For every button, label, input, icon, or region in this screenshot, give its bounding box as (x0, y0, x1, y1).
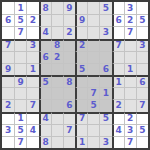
cell-r2c10[interactable]: 6 (112, 14, 124, 26)
cell-r10c1[interactable] (2, 112, 14, 124)
cell-r12c5[interactable] (51, 136, 63, 148)
cell-r3c2[interactable]: 7 (14, 26, 26, 38)
cell-r5c6[interactable] (63, 51, 75, 63)
cell-r8c4[interactable] (39, 87, 51, 99)
cell-r9c8[interactable]: 5 (87, 99, 99, 111)
cell-r8c2[interactable] (14, 87, 26, 99)
cell-r6c7[interactable]: 5 (75, 63, 87, 75)
cell-r1c10[interactable] (112, 2, 124, 14)
cell-r2c9[interactable] (99, 14, 111, 26)
cell-r7c10[interactable]: 1 (112, 75, 124, 87)
cell-r5c11[interactable] (124, 51, 136, 63)
cell-r8c3[interactable] (26, 87, 38, 99)
cell-r6c8[interactable] (87, 63, 99, 75)
cell-r4c6[interactable] (63, 39, 75, 51)
cell-r12c10[interactable] (112, 136, 124, 148)
cell-r5c7[interactable] (75, 51, 87, 63)
cell-r11c12[interactable]: 5 (136, 124, 148, 136)
cell-r8c9[interactable]: 1 (99, 87, 111, 99)
cell-r4c11[interactable] (124, 39, 136, 51)
cell-r3c12[interactable] (136, 26, 148, 38)
cell-r3c9[interactable]: 3 (99, 26, 111, 38)
cell-r10c5[interactable] (51, 112, 63, 124)
cell-r6c12[interactable] (136, 63, 148, 75)
cell-r12c8[interactable] (87, 136, 99, 148)
cell-r12c9[interactable]: 3 (99, 136, 111, 148)
cell-r10c2[interactable]: 1 (14, 112, 26, 124)
cell-r8c6[interactable] (63, 87, 75, 99)
cell-r3c6[interactable]: 2 (63, 26, 75, 38)
cell-r2c5[interactable] (51, 14, 63, 26)
cell-r7c2[interactable]: 9 (14, 75, 26, 87)
cell-r8c11[interactable] (124, 87, 136, 99)
cell-r4c3[interactable]: 3 (26, 39, 38, 51)
cell-r11c2[interactable]: 5 (14, 124, 26, 136)
cell-r5c8[interactable] (87, 51, 99, 63)
cell-r12c1[interactable] (2, 136, 14, 148)
cell-r3c5[interactable] (51, 26, 63, 38)
cell-r1c5[interactable] (51, 2, 63, 14)
cell-r10c12[interactable] (136, 112, 148, 124)
cell-r8c10[interactable] (112, 87, 124, 99)
cell-r3c1[interactable] (2, 26, 14, 38)
cell-r8c8[interactable]: 7 (87, 87, 99, 99)
cell-r11c11[interactable]: 3 (124, 124, 136, 136)
cell-r5c3[interactable] (26, 51, 38, 63)
cell-r11c1[interactable]: 3 (2, 124, 14, 136)
cell-r4c7[interactable]: 2 (75, 39, 87, 51)
cell-r9c6[interactable]: 6 (63, 99, 75, 111)
cell-r10c4[interactable]: 4 (39, 112, 51, 124)
cell-r1c1[interactable] (2, 2, 14, 14)
cell-r11c3[interactable]: 4 (26, 124, 38, 136)
cell-r1c2[interactable]: 1 (14, 2, 26, 14)
cell-r10c3[interactable] (26, 112, 38, 124)
cell-r1c12[interactable] (136, 2, 148, 14)
cell-r2c6[interactable] (63, 14, 75, 26)
cell-r10c6[interactable] (63, 112, 75, 124)
cell-r10c10[interactable] (112, 112, 124, 124)
cell-r10c8[interactable] (87, 112, 99, 124)
cell-r6c1[interactable]: 9 (2, 63, 14, 75)
cell-r4c4[interactable] (39, 39, 51, 51)
cell-r6c10[interactable] (112, 63, 124, 75)
cell-r6c2[interactable] (14, 63, 26, 75)
cell-r6c9[interactable]: 6 (99, 63, 111, 75)
cell-r6c5[interactable] (51, 63, 63, 75)
cell-r7c12[interactable]: 6 (136, 75, 148, 87)
cell-r5c4[interactable]: 6 (39, 51, 51, 63)
sudoku-board: 1895365296257423773827362915619581671276… (0, 0, 150, 150)
cell-r9c12[interactable]: 7 (136, 99, 148, 111)
cell-r2c12[interactable]: 5 (136, 14, 148, 26)
cell-r9c7[interactable] (75, 99, 87, 111)
cell-r9c3[interactable]: 7 (26, 99, 38, 111)
cell-r3c11[interactable]: 7 (124, 26, 136, 38)
cell-r9c5[interactable] (51, 99, 63, 111)
cell-r9c10[interactable]: 2 (112, 99, 124, 111)
cell-r8c7[interactable] (75, 87, 87, 99)
cell-r4c2[interactable] (14, 39, 26, 51)
cell-r8c12[interactable] (136, 87, 148, 99)
cell-r3c3[interactable] (26, 26, 38, 38)
cell-r7c4[interactable]: 5 (39, 75, 51, 87)
cell-r12c4[interactable]: 8 (39, 136, 51, 148)
cell-r3c4[interactable]: 4 (39, 26, 51, 38)
cell-r4c9[interactable] (99, 39, 111, 51)
cell-r12c2[interactable]: 7 (14, 136, 26, 148)
cell-r4c5[interactable]: 8 (51, 39, 63, 51)
cell-r9c2[interactable] (14, 99, 26, 111)
cell-r9c1[interactable]: 2 (2, 99, 14, 111)
cell-r7c7[interactable] (75, 75, 87, 87)
cell-r1c7[interactable] (75, 2, 87, 14)
cell-r1c4[interactable]: 8 (39, 2, 51, 14)
cell-r2c2[interactable]: 5 (14, 14, 26, 26)
cell-r9c4[interactable] (39, 99, 51, 111)
cell-r11c10[interactable]: 4 (112, 124, 124, 136)
cell-r2c11[interactable]: 2 (124, 14, 136, 26)
cell-r12c6[interactable] (63, 136, 75, 148)
cell-r1c9[interactable]: 5 (99, 2, 111, 14)
cell-r2c8[interactable] (87, 14, 99, 26)
cell-r5c2[interactable] (14, 51, 26, 63)
cell-r5c9[interactable] (99, 51, 111, 63)
cell-r8c1[interactable] (2, 87, 14, 99)
cell-r2c1[interactable]: 6 (2, 14, 14, 26)
cell-r7c6[interactable]: 8 (63, 75, 75, 87)
cell-r7c8[interactable] (87, 75, 99, 87)
cell-r9c11[interactable] (124, 99, 136, 111)
cell-r11c5[interactable] (51, 124, 63, 136)
cell-r3c7[interactable] (75, 26, 87, 38)
cell-r4c8[interactable] (87, 39, 99, 51)
cell-r2c7[interactable]: 9 (75, 14, 87, 26)
cell-r1c8[interactable] (87, 2, 99, 14)
cell-r12c3[interactable] (26, 136, 38, 148)
cell-r10c11[interactable]: 2 (124, 112, 136, 124)
cell-r4c1[interactable]: 7 (2, 39, 14, 51)
cell-r8c5[interactable] (51, 87, 63, 99)
cell-r4c12[interactable]: 3 (136, 39, 148, 51)
cell-r3c10[interactable] (112, 26, 124, 38)
cell-r11c4[interactable] (39, 124, 51, 136)
cell-r6c11[interactable]: 1 (124, 63, 136, 75)
cell-r7c3[interactable] (26, 75, 38, 87)
cell-r6c3[interactable]: 1 (26, 63, 38, 75)
cell-r5c5[interactable]: 2 (51, 51, 63, 63)
cell-r5c1[interactable] (2, 51, 14, 63)
cell-r7c9[interactable] (99, 75, 111, 87)
cell-r12c11[interactable]: 7 (124, 136, 136, 148)
cell-r1c3[interactable] (26, 2, 38, 14)
cell-r6c6[interactable] (63, 63, 75, 75)
cell-r7c1[interactable] (2, 75, 14, 87)
cell-r3c8[interactable] (87, 26, 99, 38)
cell-r12c7[interactable]: 1 (75, 136, 87, 148)
cell-r11c8[interactable] (87, 124, 99, 136)
cell-r9c9[interactable] (99, 99, 111, 111)
cell-r11c6[interactable]: 7 (63, 124, 75, 136)
cell-r1c6[interactable]: 9 (63, 2, 75, 14)
cell-r2c4[interactable] (39, 14, 51, 26)
cell-r1c11[interactable]: 3 (124, 2, 136, 14)
cell-r7c11[interactable] (124, 75, 136, 87)
cell-r12c12[interactable] (136, 136, 148, 148)
cell-r11c9[interactable] (99, 124, 111, 136)
cell-r10c9[interactable]: 5 (99, 112, 111, 124)
cell-r5c10[interactable] (112, 51, 124, 63)
cell-r6c4[interactable] (39, 63, 51, 75)
cell-r7c5[interactable] (51, 75, 63, 87)
cell-r10c7[interactable]: 7 (75, 112, 87, 124)
cell-r5c12[interactable] (136, 51, 148, 63)
cell-r4c10[interactable]: 7 (112, 39, 124, 51)
cell-r11c7[interactable] (75, 124, 87, 136)
cell-r2c3[interactable]: 2 (26, 14, 38, 26)
